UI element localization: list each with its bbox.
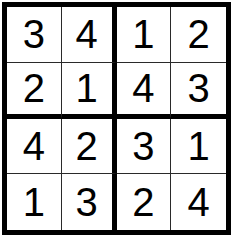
cell-r2c3: 4 <box>117 63 172 119</box>
cell-r2c4: 3 <box>171 63 226 119</box>
cell-r1c1: 3 <box>7 7 62 63</box>
cell-r1c3: 1 <box>117 7 172 63</box>
cell-r3c2: 2 <box>62 119 117 175</box>
cell-r2c2: 1 <box>62 63 117 119</box>
cell-r4c1: 1 <box>7 174 62 230</box>
cell-r1c2: 4 <box>62 7 117 63</box>
cell-r3c3: 3 <box>117 119 172 175</box>
cell-r1c4: 2 <box>171 7 226 63</box>
sudoku-board: 3412214342311324 <box>2 2 231 235</box>
cell-r3c1: 4 <box>7 119 62 175</box>
cell-r2c1: 2 <box>7 63 62 119</box>
cell-r4c4: 4 <box>171 174 226 230</box>
cell-r3c4: 1 <box>171 119 226 175</box>
cell-r4c3: 2 <box>117 174 172 230</box>
cell-r4c2: 3 <box>62 174 117 230</box>
